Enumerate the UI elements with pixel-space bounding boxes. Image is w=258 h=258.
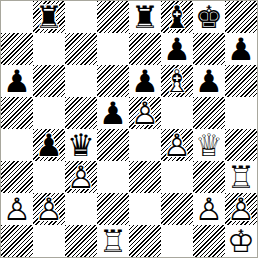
black-rook-halo: ♜ bbox=[33, 1, 65, 33]
white-pawn-icon: ♙ bbox=[129, 97, 161, 129]
square-e6[interactable]: ♟♟ bbox=[129, 65, 161, 97]
square-a1[interactable] bbox=[1, 225, 33, 257]
square-d4[interactable] bbox=[97, 129, 129, 161]
square-f7[interactable]: ♟♟ bbox=[161, 33, 193, 65]
square-e2[interactable] bbox=[129, 193, 161, 225]
white-bishop-icon: ♗ bbox=[161, 65, 193, 97]
square-f5[interactable] bbox=[161, 97, 193, 129]
square-b8[interactable]: ♜♜ bbox=[33, 1, 65, 33]
square-d6[interactable] bbox=[97, 65, 129, 97]
white-pawn-icon: ♙ bbox=[193, 193, 225, 225]
square-f4[interactable]: ♟♙ bbox=[161, 129, 193, 161]
black-pawn-icon: ♟ bbox=[1, 65, 33, 97]
square-c4[interactable]: ♛♛ bbox=[65, 129, 97, 161]
square-g7[interactable] bbox=[193, 33, 225, 65]
square-g1[interactable] bbox=[193, 225, 225, 257]
square-f3[interactable] bbox=[161, 161, 193, 193]
square-a6[interactable]: ♟♟ bbox=[1, 65, 33, 97]
square-b6[interactable] bbox=[33, 65, 65, 97]
square-c3[interactable]: ♟♙ bbox=[65, 161, 97, 193]
black-queen-halo: ♛ bbox=[65, 129, 97, 161]
square-c1[interactable] bbox=[65, 225, 97, 257]
white-pawn-icon: ♙ bbox=[225, 193, 257, 225]
square-b4[interactable]: ♟♟ bbox=[33, 129, 65, 161]
square-h5[interactable] bbox=[225, 97, 257, 129]
square-b3[interactable] bbox=[33, 161, 65, 193]
square-c7[interactable] bbox=[65, 33, 97, 65]
square-e8[interactable]: ♜♜ bbox=[129, 1, 161, 33]
white-rook-icon: ♖ bbox=[97, 225, 129, 257]
square-e4[interactable] bbox=[129, 129, 161, 161]
square-f1[interactable] bbox=[161, 225, 193, 257]
square-h6[interactable] bbox=[225, 65, 257, 97]
square-g3[interactable] bbox=[193, 161, 225, 193]
black-bishop-icon: ♝ bbox=[161, 1, 193, 33]
black-rook-icon: ♜ bbox=[33, 1, 65, 33]
square-d2[interactable] bbox=[97, 193, 129, 225]
black-king-halo: ♚ bbox=[193, 1, 225, 33]
black-pawn-icon: ♟ bbox=[193, 65, 225, 97]
white-rook-halo: ♜ bbox=[225, 161, 257, 193]
black-rook-icon: ♜ bbox=[129, 1, 161, 33]
square-g6[interactable]: ♟♟ bbox=[193, 65, 225, 97]
square-g4[interactable]: ♛♕ bbox=[193, 129, 225, 161]
square-h7[interactable]: ♟♟ bbox=[225, 33, 257, 65]
white-pawn-halo: ♟ bbox=[33, 193, 65, 225]
white-pawn-halo: ♟ bbox=[193, 193, 225, 225]
square-f6[interactable]: ♝♗ bbox=[161, 65, 193, 97]
square-e5[interactable]: ♟♙ bbox=[129, 97, 161, 129]
square-a2[interactable]: ♟♙ bbox=[1, 193, 33, 225]
black-bishop-halo: ♝ bbox=[161, 1, 193, 33]
square-b5[interactable] bbox=[33, 97, 65, 129]
square-f2[interactable] bbox=[161, 193, 193, 225]
square-h2[interactable]: ♟♙ bbox=[225, 193, 257, 225]
black-pawn-halo: ♟ bbox=[193, 65, 225, 97]
square-d1[interactable]: ♜♖ bbox=[97, 225, 129, 257]
white-king-icon: ♔ bbox=[225, 225, 257, 257]
square-b7[interactable] bbox=[33, 33, 65, 65]
black-queen-icon: ♛ bbox=[65, 129, 97, 161]
square-d3[interactable] bbox=[97, 161, 129, 193]
white-pawn-halo: ♟ bbox=[1, 193, 33, 225]
white-bishop-halo: ♝ bbox=[161, 65, 193, 97]
square-h8[interactable] bbox=[225, 1, 257, 33]
white-pawn-icon: ♙ bbox=[65, 161, 97, 193]
black-pawn-halo: ♟ bbox=[225, 33, 257, 65]
square-e1[interactable] bbox=[129, 225, 161, 257]
square-e7[interactable] bbox=[129, 33, 161, 65]
square-b2[interactable]: ♟♙ bbox=[33, 193, 65, 225]
white-queen-halo: ♛ bbox=[193, 129, 225, 161]
chess-board: ♜♜♜♜♝♝♚♚♟♟♟♟♟♟♟♟♝♗♟♟♟♟♟♙♟♟♛♛♟♙♛♕♟♙♜♖♟♙♟♙… bbox=[0, 0, 258, 258]
white-pawn-icon: ♙ bbox=[33, 193, 65, 225]
square-a8[interactable] bbox=[1, 1, 33, 33]
square-h1[interactable]: ♚♔ bbox=[225, 225, 257, 257]
black-king-icon: ♚ bbox=[193, 1, 225, 33]
white-pawn-halo: ♟ bbox=[225, 193, 257, 225]
black-rook-halo: ♜ bbox=[129, 1, 161, 33]
black-pawn-icon: ♟ bbox=[161, 33, 193, 65]
black-pawn-icon: ♟ bbox=[129, 65, 161, 97]
white-rook-halo: ♜ bbox=[97, 225, 129, 257]
white-king-halo: ♚ bbox=[225, 225, 257, 257]
square-d7[interactable] bbox=[97, 33, 129, 65]
square-g2[interactable]: ♟♙ bbox=[193, 193, 225, 225]
square-c6[interactable] bbox=[65, 65, 97, 97]
square-a5[interactable] bbox=[1, 97, 33, 129]
square-a3[interactable] bbox=[1, 161, 33, 193]
square-c5[interactable] bbox=[65, 97, 97, 129]
black-pawn-halo: ♟ bbox=[97, 97, 129, 129]
black-pawn-halo: ♟ bbox=[33, 129, 65, 161]
square-c8[interactable] bbox=[65, 1, 97, 33]
square-e3[interactable] bbox=[129, 161, 161, 193]
white-pawn-halo: ♟ bbox=[129, 97, 161, 129]
black-pawn-halo: ♟ bbox=[161, 33, 193, 65]
white-pawn-icon: ♙ bbox=[161, 129, 193, 161]
black-pawn-icon: ♟ bbox=[33, 129, 65, 161]
black-pawn-halo: ♟ bbox=[129, 65, 161, 97]
square-h3[interactable]: ♜♖ bbox=[225, 161, 257, 193]
black-pawn-halo: ♟ bbox=[1, 65, 33, 97]
square-a4[interactable] bbox=[1, 129, 33, 161]
black-pawn-icon: ♟ bbox=[225, 33, 257, 65]
black-pawn-icon: ♟ bbox=[97, 97, 129, 129]
square-b1[interactable] bbox=[33, 225, 65, 257]
square-h4[interactable] bbox=[225, 129, 257, 161]
white-pawn-icon: ♙ bbox=[1, 193, 33, 225]
square-a7[interactable] bbox=[1, 33, 33, 65]
square-f8[interactable]: ♝♝ bbox=[161, 1, 193, 33]
white-rook-icon: ♖ bbox=[225, 161, 257, 193]
white-queen-icon: ♕ bbox=[193, 129, 225, 161]
square-d5[interactable]: ♟♟ bbox=[97, 97, 129, 129]
square-d8[interactable] bbox=[97, 1, 129, 33]
white-pawn-halo: ♟ bbox=[65, 161, 97, 193]
square-g5[interactable] bbox=[193, 97, 225, 129]
white-pawn-halo: ♟ bbox=[161, 129, 193, 161]
square-g8[interactable]: ♚♚ bbox=[193, 1, 225, 33]
square-c2[interactable] bbox=[65, 193, 97, 225]
